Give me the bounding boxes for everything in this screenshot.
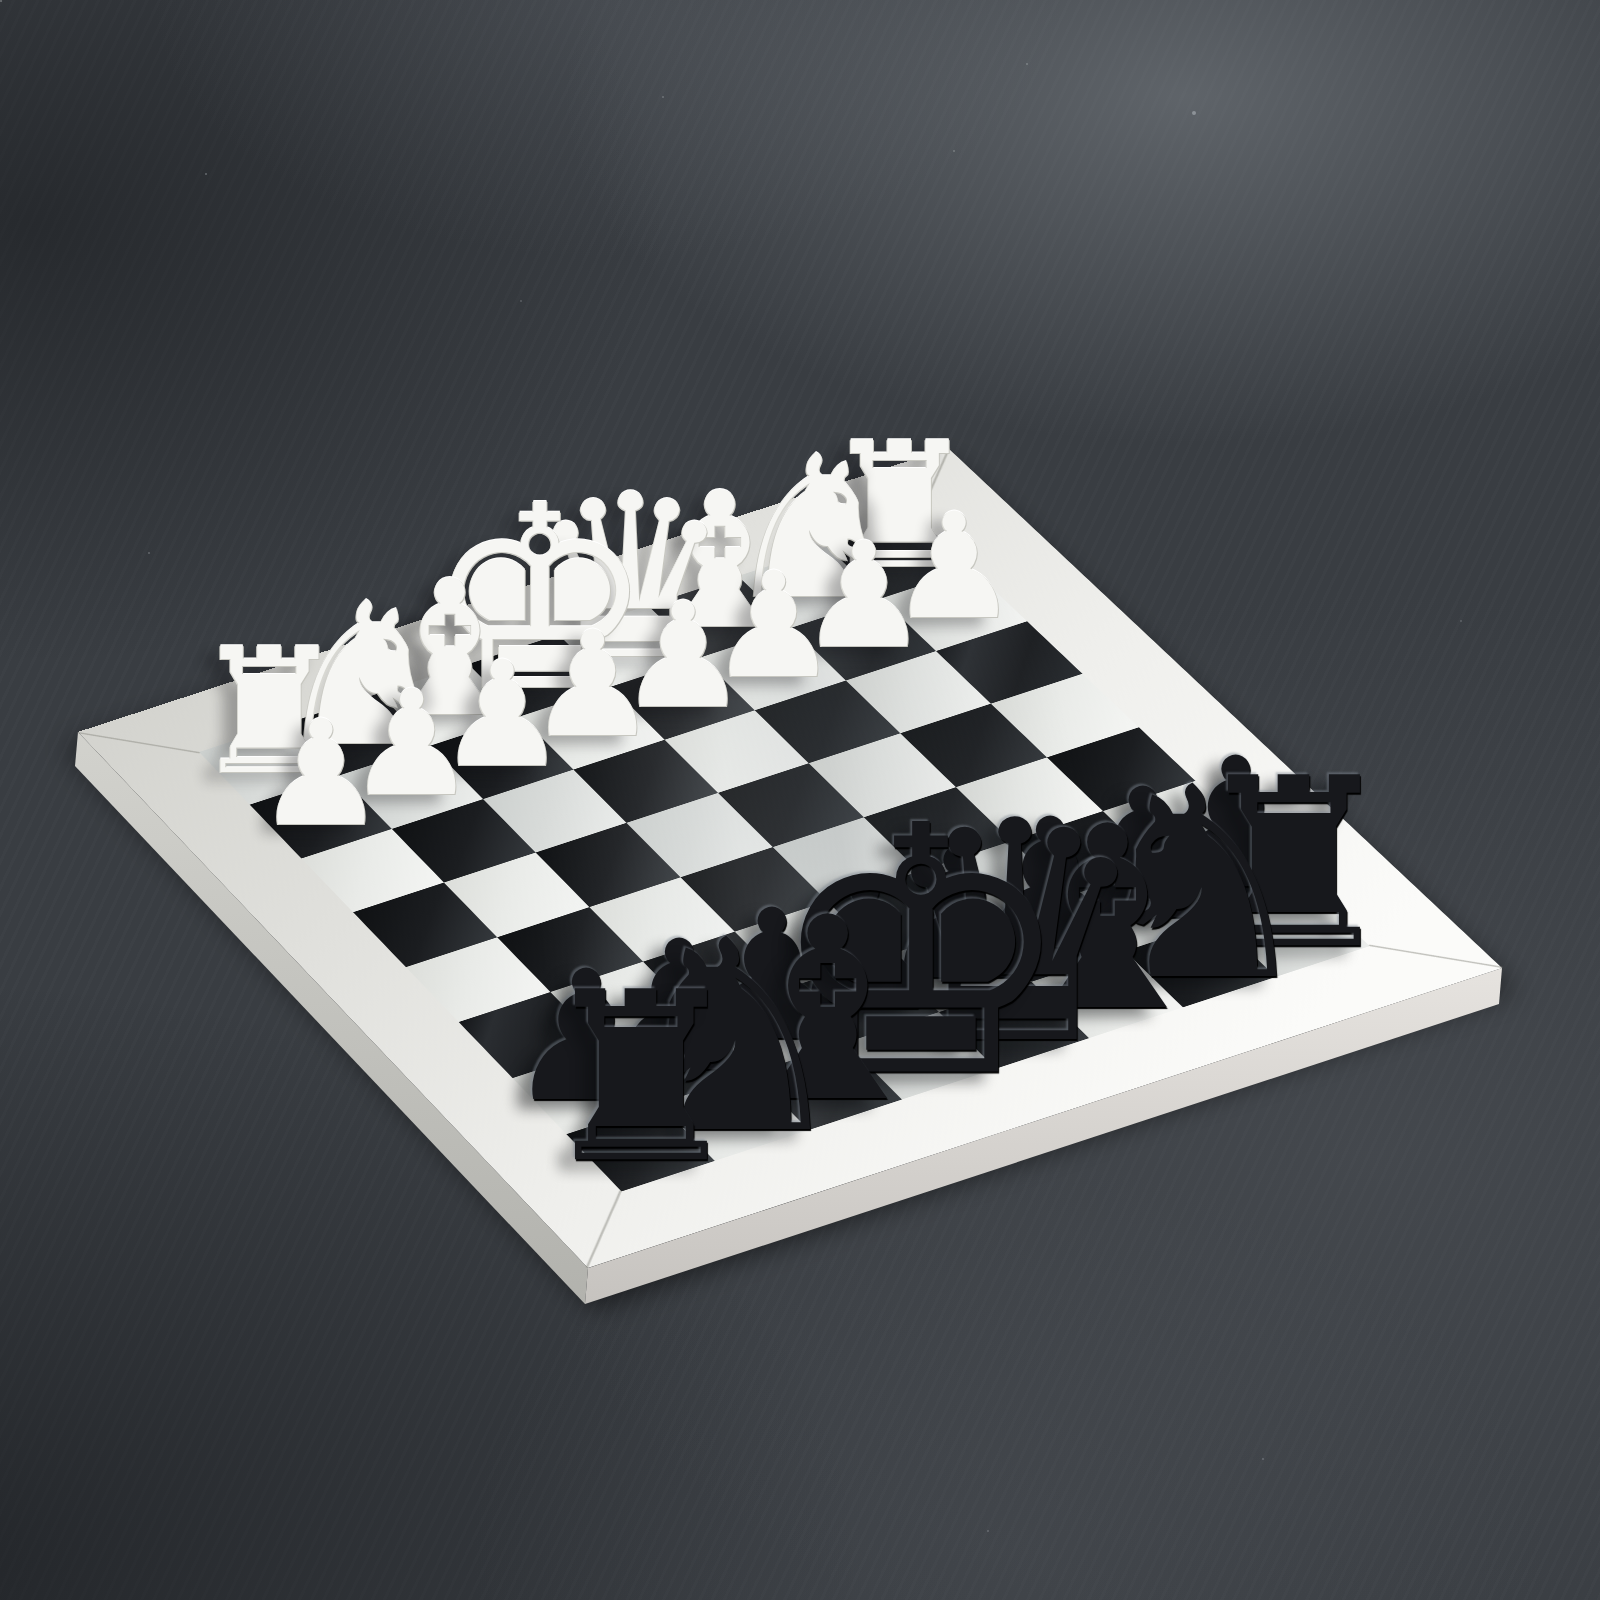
scene: ♜♞♝♛♚♝♞♜♟♟♟♟♟♟♟♟♟♟♟♟♟♟♟♟♜♞♝♛♚♝♞♜ [0, 0, 1600, 1600]
piece-white-pawn-h2[interactable]: ♟ [256, 700, 387, 846]
piece-black-rook-h8[interactable]: ♜ [536, 960, 746, 1194]
